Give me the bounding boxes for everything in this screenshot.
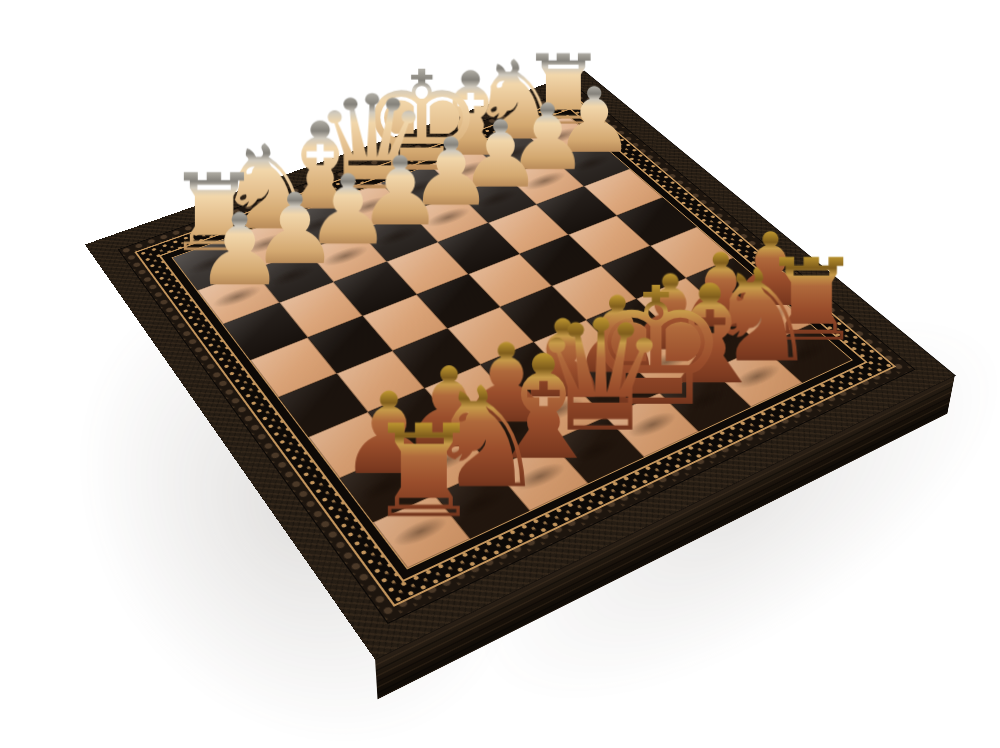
black-rook-glyph: ♜ [367, 408, 481, 536]
photo-stage: ♜♞♝♛♚♝♞♜♟♟♟♟♟♟♟♟♟♟♟♟♟♟♟♟♜♞♝♛♚♝♞♜ [0, 0, 1000, 748]
chess-board-box: ♜♞♝♛♚♝♞♜♟♟♟♟♟♟♟♟♟♟♟♟♟♟♟♟♜♞♝♛♚♝♞♜ [85, 71, 955, 660]
scene: ♜♞♝♛♚♝♞♜♟♟♟♟♟♟♟♟♟♟♟♟♟♟♟♟♜♞♝♛♚♝♞♜ [0, 0, 1000, 748]
